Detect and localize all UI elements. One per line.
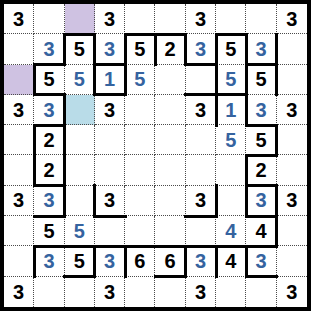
given-digit: 3 bbox=[13, 100, 24, 120]
entered-digit: 3 bbox=[104, 251, 115, 271]
cell-r2c9[interactable] bbox=[277, 65, 307, 95]
cell-r5c9[interactable] bbox=[277, 155, 307, 185]
cell-r4c9[interactable] bbox=[277, 125, 307, 155]
entered-digit: 3 bbox=[43, 190, 54, 210]
cell-r5c5[interactable] bbox=[155, 155, 185, 185]
cell-r9c9[interactable]: 3 bbox=[277, 277, 307, 307]
entered-digit: 5 bbox=[74, 69, 85, 89]
entered-digit: 3 bbox=[255, 39, 266, 59]
cell-r6c4[interactable] bbox=[125, 186, 155, 216]
cell-r1c4[interactable]: 5 bbox=[125, 34, 155, 64]
cell-r7c0[interactable] bbox=[4, 216, 34, 246]
cell-r4c8[interactable]: 5 bbox=[246, 125, 276, 155]
cell-r6c6[interactable]: 3 bbox=[186, 186, 216, 216]
given-digit: 3 bbox=[104, 100, 115, 120]
entered-digit: 3 bbox=[43, 251, 54, 271]
cell-r0c3[interactable]: 3 bbox=[95, 4, 125, 34]
given-digit: 3 bbox=[13, 9, 24, 29]
cell-r1c5[interactable]: 2 bbox=[155, 34, 185, 64]
cell-r8c4[interactable]: 6 bbox=[125, 246, 155, 276]
given-digit: 2 bbox=[255, 160, 266, 180]
given-digit: 5 bbox=[43, 69, 54, 89]
cell-r1c3[interactable]: 3 bbox=[95, 34, 125, 64]
cell-r4c6[interactable] bbox=[186, 125, 216, 155]
cell-r3c9[interactable]: 3 bbox=[277, 95, 307, 125]
given-digit: 2 bbox=[43, 160, 54, 180]
cell-r1c6[interactable]: 3 bbox=[186, 34, 216, 64]
cell-r0c1[interactable] bbox=[34, 4, 64, 34]
cell-r1c2[interactable]: 5 bbox=[65, 34, 95, 64]
cell-r0c8[interactable] bbox=[246, 4, 276, 34]
given-digit: 3 bbox=[104, 190, 115, 210]
cell-r3c7[interactable]: 1 bbox=[216, 95, 246, 125]
entered-digit: 5 bbox=[225, 130, 236, 150]
cell-r5c4[interactable] bbox=[125, 155, 155, 185]
cell-r5c8[interactable]: 2 bbox=[246, 155, 276, 185]
cell-r9c8[interactable] bbox=[246, 277, 276, 307]
given-digit: 3 bbox=[286, 190, 297, 210]
cell-r0c7[interactable] bbox=[216, 4, 246, 34]
cell-r4c5[interactable] bbox=[155, 125, 185, 155]
cell-r7c9[interactable] bbox=[277, 216, 307, 246]
cell-r7c3[interactable] bbox=[95, 216, 125, 246]
cell-r6c1[interactable]: 3 bbox=[34, 186, 64, 216]
given-digit: 2 bbox=[165, 39, 176, 59]
cell-r3c3[interactable]: 3 bbox=[95, 95, 125, 125]
given-digit: 5 bbox=[43, 221, 54, 241]
entered-digit: 3 bbox=[195, 251, 206, 271]
entered-digit: 3 bbox=[255, 190, 266, 210]
given-digit: 5 bbox=[255, 69, 266, 89]
cell-r8c7[interactable]: 4 bbox=[216, 246, 246, 276]
cell-r5c3[interactable] bbox=[95, 155, 125, 185]
cell-r7c1[interactable]: 5 bbox=[34, 216, 64, 246]
cell-r0c5[interactable] bbox=[155, 4, 185, 34]
cell-r0c6[interactable]: 3 bbox=[186, 4, 216, 34]
cell-r9c4[interactable] bbox=[125, 277, 155, 307]
cell-r8c0[interactable] bbox=[4, 246, 34, 276]
cell-r7c6[interactable] bbox=[186, 216, 216, 246]
cell-r1c7[interactable]: 5 bbox=[216, 34, 246, 64]
cell-r8c5[interactable]: 6 bbox=[155, 246, 185, 276]
cell-r8c9[interactable] bbox=[277, 246, 307, 276]
cell-r6c0[interactable]: 3 bbox=[4, 186, 34, 216]
given-digit: 3 bbox=[195, 282, 206, 302]
cell-r2c4[interactable]: 5 bbox=[125, 65, 155, 95]
cell-r6c7[interactable] bbox=[216, 186, 246, 216]
cell-r4c3[interactable] bbox=[95, 125, 125, 155]
cell-r0c2[interactable] bbox=[65, 4, 95, 34]
cell-r2c5[interactable] bbox=[155, 65, 185, 95]
cell-r4c2[interactable] bbox=[65, 125, 95, 155]
cell-r9c1[interactable] bbox=[34, 277, 64, 307]
cell-r9c7[interactable] bbox=[216, 277, 246, 307]
cell-r4c7[interactable]: 5 bbox=[216, 125, 246, 155]
cell-r2c8[interactable]: 5 bbox=[246, 65, 276, 95]
given-digit: 3 bbox=[13, 282, 24, 302]
given-digit: 3 bbox=[286, 100, 297, 120]
cell-r3c1[interactable]: 3 bbox=[34, 95, 64, 125]
cell-r2c1[interactable]: 5 bbox=[34, 65, 64, 95]
cell-r9c2[interactable] bbox=[65, 277, 95, 307]
cell-r7c8[interactable]: 4 bbox=[246, 216, 276, 246]
given-digit: 3 bbox=[195, 9, 206, 29]
entered-digit: 5 bbox=[134, 69, 145, 89]
cell-r4c0[interactable] bbox=[4, 125, 34, 155]
cell-r3c5[interactable] bbox=[155, 95, 185, 125]
given-digit: 2 bbox=[43, 130, 54, 150]
given-digit: 5 bbox=[74, 251, 85, 271]
cell-r4c1[interactable]: 2 bbox=[34, 125, 64, 155]
given-digit: 3 bbox=[286, 282, 297, 302]
given-digit: 4 bbox=[225, 251, 236, 271]
cell-r6c3[interactable]: 3 bbox=[95, 186, 125, 216]
cell-r2c3[interactable]: 1 bbox=[95, 65, 125, 95]
puzzle-grid: 3333353523535515553333133255223333335544… bbox=[4, 4, 307, 307]
given-digit: 6 bbox=[134, 251, 145, 271]
entered-digit: 3 bbox=[43, 100, 54, 120]
cell-r8c1[interactable]: 3 bbox=[34, 246, 64, 276]
cell-r5c1[interactable]: 2 bbox=[34, 155, 64, 185]
cell-r7c7[interactable]: 4 bbox=[216, 216, 246, 246]
given-digit: 4 bbox=[255, 221, 266, 241]
cell-r5c0[interactable] bbox=[4, 155, 34, 185]
cell-r6c5[interactable] bbox=[155, 186, 185, 216]
entered-digit: 5 bbox=[74, 221, 85, 241]
cell-r7c2[interactable]: 5 bbox=[65, 216, 95, 246]
cell-r3c8[interactable]: 3 bbox=[246, 95, 276, 125]
entered-digit: 3 bbox=[104, 39, 115, 59]
cell-r3c4[interactable] bbox=[125, 95, 155, 125]
entered-digit: 1 bbox=[225, 100, 236, 120]
entered-digit: 3 bbox=[255, 100, 266, 120]
given-digit: 5 bbox=[225, 39, 236, 59]
given-digit: 3 bbox=[286, 9, 297, 29]
entered-digit: 4 bbox=[225, 221, 236, 241]
cell-r6c9[interactable]: 3 bbox=[277, 186, 307, 216]
cell-r7c5[interactable] bbox=[155, 216, 185, 246]
cell-r4c4[interactable] bbox=[125, 125, 155, 155]
cell-r3c0[interactable]: 3 bbox=[4, 95, 34, 125]
cell-r0c9[interactable]: 3 bbox=[277, 4, 307, 34]
given-digit: 3 bbox=[195, 100, 206, 120]
entered-digit: 3 bbox=[195, 39, 206, 59]
given-digit: 3 bbox=[104, 282, 115, 302]
cell-r5c7[interactable] bbox=[216, 155, 246, 185]
cell-r3c6[interactable]: 3 bbox=[186, 95, 216, 125]
cell-r2c6[interactable] bbox=[186, 65, 216, 95]
given-digit: 3 bbox=[195, 190, 206, 210]
cell-r0c0[interactable]: 3 bbox=[4, 4, 34, 34]
given-digit: 3 bbox=[104, 9, 115, 29]
cell-r7c4[interactable] bbox=[125, 216, 155, 246]
cell-r9c6[interactable]: 3 bbox=[186, 277, 216, 307]
cell-r8c3[interactable]: 3 bbox=[95, 246, 125, 276]
cell-r1c8[interactable]: 3 bbox=[246, 34, 276, 64]
cell-r8c8[interactable]: 3 bbox=[246, 246, 276, 276]
cell-r2c7[interactable]: 5 bbox=[216, 65, 246, 95]
cell-r6c2[interactable] bbox=[65, 186, 95, 216]
given-digit: 5 bbox=[255, 130, 266, 150]
cell-r1c0[interactable] bbox=[4, 34, 34, 64]
cell-r1c1[interactable]: 3 bbox=[34, 34, 64, 64]
given-digit: 5 bbox=[74, 39, 85, 59]
given-digit: 3 bbox=[13, 190, 24, 210]
given-digit: 5 bbox=[134, 39, 145, 59]
entered-digit: 3 bbox=[43, 39, 54, 59]
cell-r9c3[interactable]: 3 bbox=[95, 277, 125, 307]
cell-r9c5[interactable] bbox=[155, 277, 185, 307]
cell-r1c9[interactable] bbox=[277, 34, 307, 64]
cell-r5c2[interactable] bbox=[65, 155, 95, 185]
entered-digit: 5 bbox=[225, 69, 236, 89]
cell-r5c6[interactable] bbox=[186, 155, 216, 185]
cell-r2c2[interactable]: 5 bbox=[65, 65, 95, 95]
entered-digit: 1 bbox=[104, 69, 115, 89]
cell-r6c8[interactable]: 3 bbox=[246, 186, 276, 216]
cell-r2c0[interactable] bbox=[4, 65, 34, 95]
cell-r8c2[interactable]: 5 bbox=[65, 246, 95, 276]
given-digit: 6 bbox=[165, 251, 176, 271]
fillomino-board: 3333353523535515553333133255223333335544… bbox=[0, 0, 311, 311]
cell-r3c2[interactable] bbox=[65, 95, 95, 125]
entered-digit: 3 bbox=[255, 251, 266, 271]
cell-r9c0[interactable]: 3 bbox=[4, 277, 34, 307]
cell-r8c6[interactable]: 3 bbox=[186, 246, 216, 276]
cell-r0c4[interactable] bbox=[125, 4, 155, 34]
